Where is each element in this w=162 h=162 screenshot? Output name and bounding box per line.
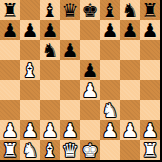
square-h3[interactable] (140, 100, 160, 120)
square-f3[interactable]: ♞ (100, 100, 120, 120)
black-pawn[interactable]: ♟ (121, 20, 138, 40)
black-rook[interactable]: ♜ (1, 0, 18, 20)
square-e6[interactable] (80, 40, 100, 60)
chess-board: ♜♝♛♚♝♞♜♟♟♟♟♟♟♞♟♝♟♟♞♟♟♟♟♟♟♟♜♞♝♛♚♜ (0, 0, 162, 162)
white-rook[interactable]: ♜ (141, 140, 158, 160)
square-d4[interactable] (60, 80, 80, 100)
black-rook[interactable]: ♜ (141, 0, 158, 20)
square-a7[interactable]: ♟ (0, 20, 20, 40)
white-queen[interactable]: ♛ (61, 140, 78, 160)
square-d3[interactable] (60, 100, 80, 120)
white-pawn[interactable]: ♟ (141, 120, 158, 140)
square-a6[interactable] (0, 40, 20, 60)
square-c5[interactable] (40, 60, 60, 80)
square-c2[interactable]: ♟ (40, 120, 60, 140)
black-pawn[interactable]: ♟ (41, 20, 58, 40)
square-g3[interactable] (120, 100, 140, 120)
square-h2[interactable]: ♟ (140, 120, 160, 140)
white-pawn[interactable]: ♟ (121, 120, 138, 140)
square-b1[interactable]: ♞ (20, 140, 40, 160)
square-c4[interactable] (40, 80, 60, 100)
white-rook[interactable]: ♜ (1, 140, 18, 160)
square-a1[interactable]: ♜ (0, 140, 20, 160)
square-a8[interactable]: ♜ (0, 0, 20, 20)
square-g2[interactable]: ♟ (120, 120, 140, 140)
square-f1[interactable] (100, 140, 120, 160)
square-d7[interactable] (60, 20, 80, 40)
square-e7[interactable] (80, 20, 100, 40)
square-h5[interactable] (140, 60, 160, 80)
black-knight[interactable]: ♞ (121, 0, 138, 20)
square-g5[interactable] (120, 60, 140, 80)
black-pawn[interactable]: ♟ (141, 20, 158, 40)
square-d5[interactable] (60, 60, 80, 80)
square-g8[interactable]: ♞ (120, 0, 140, 20)
square-f7[interactable]: ♟ (100, 20, 120, 40)
square-e2[interactable] (80, 120, 100, 140)
white-bishop[interactable]: ♝ (41, 140, 58, 160)
square-b6[interactable] (20, 40, 40, 60)
black-knight[interactable]: ♞ (41, 40, 58, 60)
black-bishop[interactable]: ♝ (41, 0, 58, 20)
black-pawn[interactable]: ♟ (61, 40, 78, 60)
square-c6[interactable]: ♞ (40, 40, 60, 60)
square-g7[interactable]: ♟ (120, 20, 140, 40)
white-knight[interactable]: ♞ (101, 100, 118, 120)
square-a5[interactable] (0, 60, 20, 80)
square-b3[interactable] (20, 100, 40, 120)
black-pawn[interactable]: ♟ (101, 20, 118, 40)
square-f8[interactable]: ♝ (100, 0, 120, 20)
white-pawn[interactable]: ♟ (101, 120, 118, 140)
square-f4[interactable] (100, 80, 120, 100)
square-e5[interactable]: ♟ (80, 60, 100, 80)
square-b7[interactable]: ♟ (20, 20, 40, 40)
square-h8[interactable]: ♜ (140, 0, 160, 20)
square-b2[interactable]: ♟ (20, 120, 40, 140)
square-b5[interactable]: ♝ (20, 60, 40, 80)
black-bishop[interactable]: ♝ (101, 0, 118, 20)
square-d6[interactable]: ♟ (60, 40, 80, 60)
square-f5[interactable] (100, 60, 120, 80)
black-pawn[interactable]: ♟ (1, 20, 18, 40)
square-h1[interactable]: ♜ (140, 140, 160, 160)
square-d1[interactable]: ♛ (60, 140, 80, 160)
black-queen[interactable]: ♛ (61, 0, 78, 20)
white-pawn[interactable]: ♟ (1, 120, 18, 140)
square-a2[interactable]: ♟ (0, 120, 20, 140)
square-e8[interactable]: ♚ (80, 0, 100, 20)
square-f2[interactable]: ♟ (100, 120, 120, 140)
square-h7[interactable]: ♟ (140, 20, 160, 40)
square-b4[interactable] (20, 80, 40, 100)
square-g1[interactable] (120, 140, 140, 160)
white-knight[interactable]: ♞ (21, 140, 38, 160)
square-c8[interactable]: ♝ (40, 0, 60, 20)
white-pawn[interactable]: ♟ (81, 80, 98, 100)
square-g4[interactable] (120, 80, 140, 100)
square-d2[interactable]: ♟ (60, 120, 80, 140)
square-h6[interactable] (140, 40, 160, 60)
square-h4[interactable] (140, 80, 160, 100)
square-g6[interactable] (120, 40, 140, 60)
white-pawn[interactable]: ♟ (61, 120, 78, 140)
square-c7[interactable]: ♟ (40, 20, 60, 40)
white-king[interactable]: ♚ (81, 140, 98, 160)
white-pawn[interactable]: ♟ (41, 120, 58, 140)
black-pawn[interactable]: ♟ (81, 60, 98, 80)
square-e1[interactable]: ♚ (80, 140, 100, 160)
square-f6[interactable] (100, 40, 120, 60)
white-pawn[interactable]: ♟ (21, 120, 38, 140)
chess-app: ♜♝♛♚♝♞♜♟♟♟♟♟♟♞♟♝♟♟♞♟♟♟♟♟♟♟♜♞♝♛♚♜ (0, 0, 162, 162)
square-c3[interactable] (40, 100, 60, 120)
square-a3[interactable] (0, 100, 20, 120)
square-a4[interactable] (0, 80, 20, 100)
square-e4[interactable]: ♟ (80, 80, 100, 100)
square-e3[interactable] (80, 100, 100, 120)
square-d8[interactable]: ♛ (60, 0, 80, 20)
black-pawn[interactable]: ♟ (21, 20, 38, 40)
black-king[interactable]: ♚ (81, 0, 98, 20)
square-c1[interactable]: ♝ (40, 140, 60, 160)
square-b8[interactable] (20, 0, 40, 20)
white-bishop[interactable]: ♝ (21, 60, 38, 80)
